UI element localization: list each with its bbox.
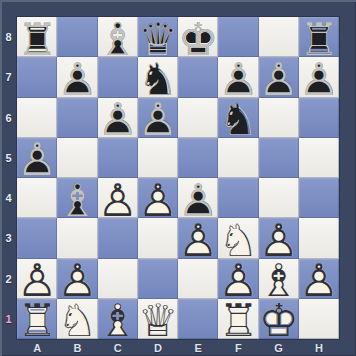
white-queen-d1[interactable]: ♛♕	[138, 299, 178, 339]
square-f4[interactable]	[218, 178, 258, 218]
piece-fill-glyph: ♟	[17, 259, 57, 299]
piece-outline-glyph: ♙	[138, 98, 178, 138]
square-e6[interactable]	[178, 98, 218, 138]
piece-fill-glyph: ♞	[138, 57, 178, 97]
piece-outline-glyph: ♙	[299, 259, 339, 299]
rank-labels: 87654321	[0, 17, 17, 339]
square-c6[interactable]: ♟♙	[98, 98, 138, 138]
file-label-e: E	[178, 339, 218, 356]
piece-outline-glyph: ♙	[218, 57, 258, 97]
piece-outline-glyph: ♘	[138, 57, 178, 97]
black-pawn-e4[interactable]: ♟♙	[178, 178, 218, 218]
square-h3[interactable]	[299, 218, 339, 258]
square-d5[interactable]	[138, 138, 178, 178]
piece-fill-glyph: ♚	[178, 17, 218, 57]
square-a7[interactable]	[17, 57, 57, 97]
piece-outline-glyph: ♗	[259, 259, 299, 299]
piece-outline-glyph: ♗	[57, 178, 97, 218]
piece-fill-glyph: ♟	[57, 57, 97, 97]
piece-outline-glyph: ♙	[57, 259, 97, 299]
square-g1[interactable]: ♚♔	[259, 299, 299, 339]
square-b2[interactable]: ♟♙	[57, 259, 97, 299]
piece-outline-glyph: ♙	[138, 178, 178, 218]
square-d2[interactable]	[138, 259, 178, 299]
piece-outline-glyph: ♖	[17, 17, 57, 57]
square-e7[interactable]	[178, 57, 218, 97]
piece-outline-glyph: ♔	[178, 17, 218, 57]
square-c2[interactable]	[98, 259, 138, 299]
file-label-b: B	[57, 339, 97, 356]
piece-fill-glyph: ♜	[218, 299, 258, 339]
square-f6[interactable]: ♞♘	[218, 98, 258, 138]
rank-label-3: 3	[0, 218, 17, 258]
square-e1[interactable]	[178, 299, 218, 339]
rank-label-1: 1	[0, 299, 17, 339]
square-c8[interactable]: ♝♗	[98, 17, 138, 57]
square-g4[interactable]	[259, 178, 299, 218]
piece-fill-glyph: ♛	[138, 299, 178, 339]
white-king-g1[interactable]: ♚♔	[259, 299, 299, 339]
square-b8[interactable]	[57, 17, 97, 57]
file-label-f: F	[218, 339, 258, 356]
piece-fill-glyph: ♟	[299, 259, 339, 299]
white-knight-b1[interactable]: ♞♘	[57, 299, 97, 339]
piece-outline-glyph: ♙	[57, 57, 97, 97]
square-a8[interactable]: ♜♖	[17, 17, 57, 57]
piece-fill-glyph: ♟	[98, 178, 138, 218]
white-pawn-c4[interactable]: ♟♙	[98, 178, 138, 218]
black-king-e8[interactable]: ♚♔	[178, 17, 218, 57]
square-d4[interactable]: ♟♙	[138, 178, 178, 218]
white-bishop-g2[interactable]: ♝♗	[259, 259, 299, 299]
square-a4[interactable]	[17, 178, 57, 218]
piece-fill-glyph: ♜	[17, 299, 57, 339]
chess-board-frame: 87654321 ♜♖♝♗♛♕♚♔♜♖♟♙♞♘♟♙♟♙♟♙♟♙♟♙♞♘♟♙♝♗♟…	[0, 0, 356, 356]
file-label-g: G	[259, 339, 299, 356]
piece-fill-glyph: ♛	[138, 17, 178, 57]
piece-fill-glyph: ♝	[98, 299, 138, 339]
piece-fill-glyph: ♟	[178, 218, 218, 258]
square-h6[interactable]	[299, 98, 339, 138]
piece-fill-glyph: ♟	[218, 57, 258, 97]
black-knight-f6[interactable]: ♞♘	[218, 98, 258, 138]
piece-outline-glyph: ♘	[218, 218, 258, 258]
square-e8[interactable]: ♚♔	[178, 17, 218, 57]
piece-outline-glyph: ♙	[17, 259, 57, 299]
square-f2[interactable]: ♟♙	[218, 259, 258, 299]
piece-fill-glyph: ♟	[218, 259, 258, 299]
square-c1[interactable]: ♝♗	[98, 299, 138, 339]
square-e4[interactable]: ♟♙	[178, 178, 218, 218]
white-pawn-g3[interactable]: ♟♙	[259, 218, 299, 258]
square-c5[interactable]	[98, 138, 138, 178]
black-pawn-f7[interactable]: ♟♙	[218, 57, 258, 97]
piece-outline-glyph: ♙	[299, 57, 339, 97]
black-pawn-b7[interactable]: ♟♙	[57, 57, 97, 97]
rank-label-2: 2	[0, 259, 17, 299]
piece-fill-glyph: ♝	[259, 259, 299, 299]
piece-fill-glyph: ♟	[138, 178, 178, 218]
rank-label-5: 5	[0, 138, 17, 178]
file-label-a: A	[17, 339, 57, 356]
black-pawn-d6[interactable]: ♟♙	[138, 98, 178, 138]
square-h1[interactable]	[299, 299, 339, 339]
piece-outline-glyph: ♘	[57, 299, 97, 339]
piece-fill-glyph: ♟	[17, 138, 57, 178]
square-d6[interactable]: ♟♙	[138, 98, 178, 138]
piece-outline-glyph: ♙	[218, 259, 258, 299]
square-a5[interactable]: ♟♙	[17, 138, 57, 178]
piece-fill-glyph: ♝	[57, 178, 97, 218]
white-pawn-h2[interactable]: ♟♙	[299, 259, 339, 299]
piece-fill-glyph: ♟	[138, 98, 178, 138]
square-b5[interactable]	[57, 138, 97, 178]
piece-outline-glyph: ♙	[178, 178, 218, 218]
piece-outline-glyph: ♙	[259, 57, 299, 97]
square-b7[interactable]: ♟♙	[57, 57, 97, 97]
square-f1[interactable]: ♜♖	[218, 299, 258, 339]
square-h5[interactable]	[299, 138, 339, 178]
square-d8[interactable]: ♛♕	[138, 17, 178, 57]
black-knight-d7[interactable]: ♞♘	[138, 57, 178, 97]
black-pawn-h7[interactable]: ♟♙	[299, 57, 339, 97]
piece-outline-glyph: ♗	[98, 299, 138, 339]
square-a2[interactable]: ♟♙	[17, 259, 57, 299]
file-labels: ABCDEFGH	[17, 339, 339, 356]
piece-outline-glyph: ♖	[299, 17, 339, 57]
white-pawn-a2[interactable]: ♟♙	[17, 259, 57, 299]
piece-fill-glyph: ♜	[17, 17, 57, 57]
piece-fill-glyph: ♝	[98, 17, 138, 57]
square-f3[interactable]: ♞♘	[218, 218, 258, 258]
square-b4[interactable]: ♝♗	[57, 178, 97, 218]
file-label-c: C	[98, 339, 138, 356]
piece-outline-glyph: ♘	[218, 98, 258, 138]
piece-fill-glyph: ♟	[259, 57, 299, 97]
square-c3[interactable]	[98, 218, 138, 258]
file-label-d: D	[138, 339, 178, 356]
square-d7[interactable]: ♞♘	[138, 57, 178, 97]
square-e3[interactable]: ♟♙	[178, 218, 218, 258]
square-a1[interactable]: ♜♖	[17, 299, 57, 339]
square-d1[interactable]: ♛♕	[138, 299, 178, 339]
square-d3[interactable]	[138, 218, 178, 258]
square-e2[interactable]	[178, 259, 218, 299]
white-pawn-b2[interactable]: ♟♙	[57, 259, 97, 299]
rank-label-7: 7	[0, 57, 17, 97]
square-a6[interactable]	[17, 98, 57, 138]
piece-fill-glyph: ♟	[57, 259, 97, 299]
black-rook-a8[interactable]: ♜♖	[17, 17, 57, 57]
square-h4[interactable]	[299, 178, 339, 218]
square-b3[interactable]	[57, 218, 97, 258]
piece-outline-glyph: ♕	[138, 299, 178, 339]
square-g8[interactable]	[259, 17, 299, 57]
black-rook-h8[interactable]: ♜♖	[299, 17, 339, 57]
piece-fill-glyph: ♚	[259, 299, 299, 339]
square-g2[interactable]: ♝♗	[259, 259, 299, 299]
square-g6[interactable]	[259, 98, 299, 138]
piece-fill-glyph: ♟	[98, 98, 138, 138]
white-knight-f3[interactable]: ♞♘	[218, 218, 258, 258]
piece-fill-glyph: ♟	[259, 218, 299, 258]
piece-outline-glyph: ♔	[259, 299, 299, 339]
square-c7[interactable]	[98, 57, 138, 97]
black-bishop-c8[interactable]: ♝♗	[98, 17, 138, 57]
square-b1[interactable]: ♞♘	[57, 299, 97, 339]
square-e5[interactable]	[178, 138, 218, 178]
square-g7[interactable]: ♟♙	[259, 57, 299, 97]
square-h2[interactable]: ♟♙	[299, 259, 339, 299]
black-bishop-b4[interactable]: ♝♗	[57, 178, 97, 218]
piece-outline-glyph: ♗	[98, 17, 138, 57]
piece-outline-glyph: ♙	[98, 98, 138, 138]
square-h7[interactable]: ♟♙	[299, 57, 339, 97]
white-pawn-e3[interactable]: ♟♙	[178, 218, 218, 258]
piece-outline-glyph: ♖	[218, 299, 258, 339]
square-c4[interactable]: ♟♙	[98, 178, 138, 218]
piece-outline-glyph: ♙	[178, 218, 218, 258]
white-rook-f1[interactable]: ♜♖	[218, 299, 258, 339]
piece-outline-glyph: ♙	[259, 218, 299, 258]
black-pawn-c6[interactable]: ♟♙	[98, 98, 138, 138]
square-b6[interactable]	[57, 98, 97, 138]
rank-label-6: 6	[0, 98, 17, 138]
piece-outline-glyph: ♖	[17, 299, 57, 339]
piece-fill-glyph: ♜	[299, 17, 339, 57]
piece-outline-glyph: ♕	[138, 17, 178, 57]
piece-fill-glyph: ♟	[178, 178, 218, 218]
file-label-h: H	[299, 339, 339, 356]
chess-board: ♜♖♝♗♛♕♚♔♜♖♟♙♞♘♟♙♟♙♟♙♟♙♟♙♞♘♟♙♝♗♟♙♟♙♟♙♟♙♞♘…	[17, 17, 339, 339]
black-queen-d8[interactable]: ♛♕	[138, 17, 178, 57]
square-f5[interactable]	[218, 138, 258, 178]
square-h8[interactable]: ♜♖	[299, 17, 339, 57]
piece-fill-glyph: ♟	[299, 57, 339, 97]
white-pawn-f2[interactable]: ♟♙	[218, 259, 258, 299]
black-pawn-g7[interactable]: ♟♙	[259, 57, 299, 97]
square-g5[interactable]	[259, 138, 299, 178]
rank-label-8: 8	[0, 17, 17, 57]
black-pawn-a5[interactable]: ♟♙	[17, 138, 57, 178]
square-f7[interactable]: ♟♙	[218, 57, 258, 97]
rank-label-4: 4	[0, 178, 17, 218]
piece-fill-glyph: ♞	[57, 299, 97, 339]
square-g3[interactable]: ♟♙	[259, 218, 299, 258]
square-f8[interactable]	[218, 17, 258, 57]
piece-outline-glyph: ♙	[17, 138, 57, 178]
piece-outline-glyph: ♙	[98, 178, 138, 218]
piece-fill-glyph: ♞	[218, 98, 258, 138]
square-a3[interactable]	[17, 218, 57, 258]
white-bishop-c1[interactable]: ♝♗	[98, 299, 138, 339]
white-rook-a1[interactable]: ♜♖	[17, 299, 57, 339]
piece-fill-glyph: ♞	[218, 218, 258, 258]
white-pawn-d4[interactable]: ♟♙	[138, 178, 178, 218]
